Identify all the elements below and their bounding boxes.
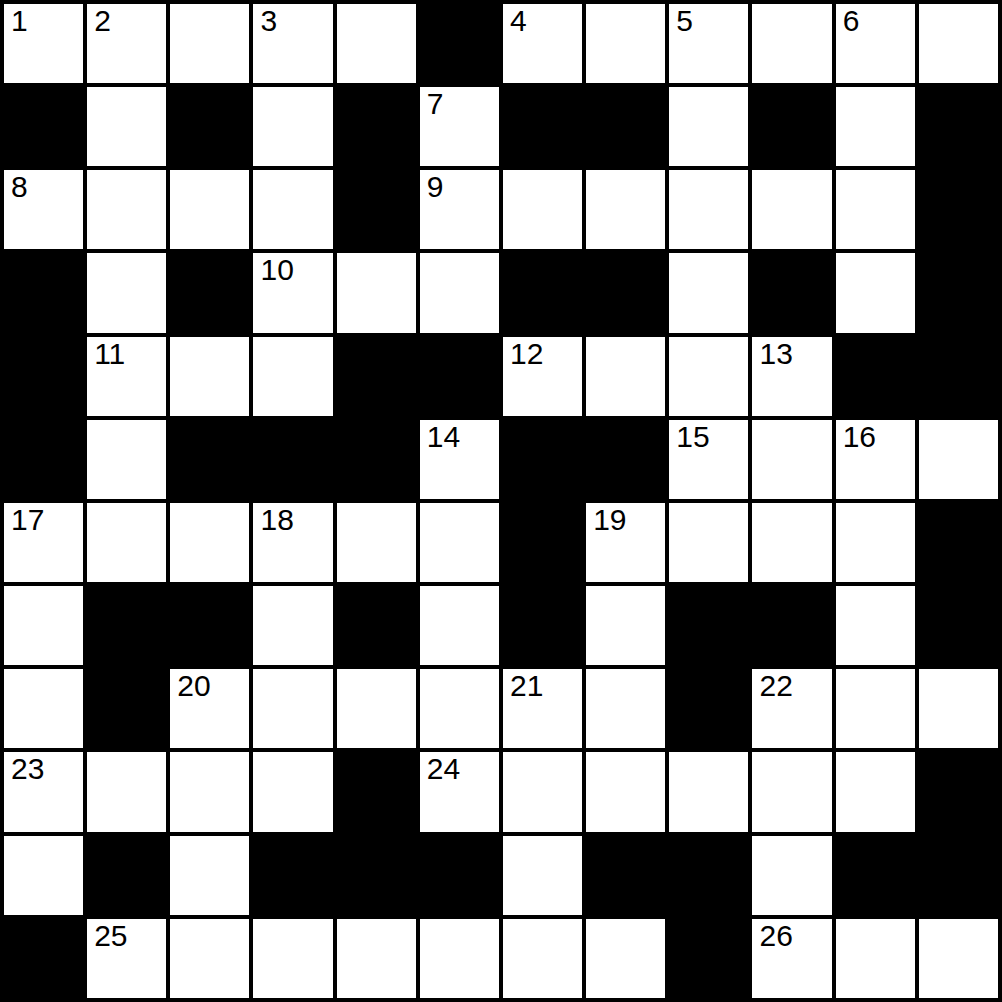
clue-number: 16 <box>843 420 876 455</box>
block-cell <box>337 586 416 665</box>
block-cell <box>87 669 166 748</box>
crossword-cell[interactable] <box>752 170 831 249</box>
block-cell <box>586 836 665 915</box>
clue-number: 26 <box>759 919 792 954</box>
crossword-cell[interactable] <box>87 253 166 332</box>
crossword-cell[interactable] <box>170 836 249 915</box>
block-cell <box>337 836 416 915</box>
clue-number: 11 <box>94 337 125 372</box>
crossword-cell[interactable] <box>503 752 582 831</box>
crossword-cell[interactable]: 17 <box>4 503 83 582</box>
clue-number: 21 <box>510 669 543 704</box>
crossword-cell[interactable] <box>420 919 499 998</box>
crossword-cell[interactable]: 4 <box>503 4 582 83</box>
clue-number: 4 <box>510 4 527 39</box>
block-cell <box>752 87 831 166</box>
block-cell <box>337 752 416 831</box>
block-cell <box>586 87 665 166</box>
crossword-cell[interactable] <box>253 337 332 416</box>
block-cell <box>919 836 998 915</box>
crossword-cell[interactable] <box>752 836 831 915</box>
crossword-cell[interactable] <box>253 919 332 998</box>
crossword-cell[interactable]: 22 <box>752 669 831 748</box>
crossword-cell[interactable]: 13 <box>752 337 831 416</box>
block-cell <box>836 337 915 416</box>
block-cell <box>87 586 166 665</box>
block-cell <box>337 337 416 416</box>
crossword-cell[interactable] <box>669 503 748 582</box>
crossword-cell[interactable]: 24 <box>420 752 499 831</box>
crossword-cell[interactable]: 1 <box>4 4 83 83</box>
block-cell <box>4 87 83 166</box>
crossword-cell[interactable]: 7 <box>420 87 499 166</box>
clue-number: 9 <box>427 170 444 205</box>
clue-number: 25 <box>94 919 127 954</box>
crossword-cell[interactable] <box>836 87 915 166</box>
block-cell <box>586 253 665 332</box>
clue-number: 10 <box>260 253 293 288</box>
clue-number: 23 <box>11 752 44 787</box>
crossword-cell[interactable] <box>836 669 915 748</box>
clue-number: 2 <box>94 4 111 39</box>
crossword-cell[interactable] <box>4 586 83 665</box>
crossword-cell[interactable] <box>4 836 83 915</box>
block-cell <box>919 87 998 166</box>
crossword-cell[interactable]: 10 <box>253 253 332 332</box>
crossword-cell[interactable] <box>87 752 166 831</box>
crossword-cell[interactable] <box>586 669 665 748</box>
block-cell <box>503 503 582 582</box>
clue-number: 8 <box>11 170 28 205</box>
crossword-cell[interactable] <box>337 919 416 998</box>
crossword-cell[interactable] <box>752 503 831 582</box>
crossword-cell[interactable] <box>503 170 582 249</box>
block-cell <box>836 836 915 915</box>
block-cell <box>253 420 332 499</box>
block-cell <box>87 836 166 915</box>
crossword-cell[interactable] <box>170 919 249 998</box>
block-cell <box>420 836 499 915</box>
crossword-cell[interactable] <box>669 170 748 249</box>
clue-number: 17 <box>11 503 44 538</box>
clue-number: 13 <box>759 337 792 372</box>
crossword-cell[interactable] <box>253 586 332 665</box>
block-cell <box>4 337 83 416</box>
crossword-cell[interactable] <box>752 420 831 499</box>
clue-number: 15 <box>676 420 709 455</box>
crossword-cell[interactable] <box>170 503 249 582</box>
crossword-cell[interactable] <box>87 503 166 582</box>
crossword-cell[interactable] <box>170 170 249 249</box>
crossword-cell[interactable] <box>836 919 915 998</box>
crossword-cell[interactable] <box>337 4 416 83</box>
crossword-cell[interactable] <box>337 669 416 748</box>
block-cell <box>420 4 499 83</box>
clue-number: 12 <box>510 337 543 372</box>
block-cell <box>503 586 582 665</box>
crossword-cell[interactable] <box>586 4 665 83</box>
crossword-cell[interactable]: 18 <box>253 503 332 582</box>
block-cell <box>752 253 831 332</box>
crossword-cell[interactable]: 6 <box>836 4 915 83</box>
crossword-cell[interactable] <box>836 586 915 665</box>
block-cell <box>919 752 998 831</box>
crossword-cell[interactable]: 26 <box>752 919 831 998</box>
clue-number: 19 <box>593 503 626 538</box>
crossword-cell[interactable]: 11 <box>87 337 166 416</box>
crossword-cell[interactable]: 25 <box>87 919 166 998</box>
crossword-cell[interactable] <box>420 253 499 332</box>
block-cell <box>337 420 416 499</box>
block-cell <box>4 253 83 332</box>
crossword-cell[interactable]: 9 <box>420 170 499 249</box>
crossword-cell[interactable] <box>87 420 166 499</box>
clue-number: 20 <box>177 669 210 704</box>
crossword-cell[interactable] <box>87 170 166 249</box>
crossword-cell[interactable]: 8 <box>4 170 83 249</box>
crossword-cell[interactable] <box>919 919 998 998</box>
crossword-cell[interactable] <box>836 170 915 249</box>
crossword-cell[interactable] <box>669 337 748 416</box>
block-cell <box>4 420 83 499</box>
crossword-cell[interactable] <box>420 586 499 665</box>
block-cell <box>420 337 499 416</box>
block-cell <box>919 586 998 665</box>
crossword-cell[interactable] <box>337 503 416 582</box>
block-cell <box>337 87 416 166</box>
crossword-cell[interactable] <box>170 752 249 831</box>
crossword-cell[interactable]: 20 <box>170 669 249 748</box>
block-cell <box>919 503 998 582</box>
crossword-cell[interactable] <box>919 4 998 83</box>
crossword-cell[interactable]: 19 <box>586 503 665 582</box>
clue-number: 1 <box>11 4 28 39</box>
clue-number: 24 <box>427 752 460 787</box>
crossword-cell[interactable] <box>919 420 998 499</box>
crossword-cell[interactable] <box>87 87 166 166</box>
crossword-cell[interactable] <box>836 752 915 831</box>
crossword-cell[interactable] <box>752 752 831 831</box>
crossword-cell[interactable] <box>919 669 998 748</box>
crossword-cell[interactable]: 21 <box>503 669 582 748</box>
block-cell <box>752 586 831 665</box>
crossword-cell[interactable] <box>170 337 249 416</box>
clue-number: 22 <box>759 669 792 704</box>
block-cell <box>4 919 83 998</box>
clue-number: 18 <box>260 503 293 538</box>
block-cell <box>586 420 665 499</box>
clue-number: 3 <box>260 4 277 39</box>
crossword-grid: 1234567891011121314151617181920212223242… <box>0 0 1002 1002</box>
crossword-cell[interactable]: 15 <box>669 420 748 499</box>
block-cell <box>669 919 748 998</box>
crossword-cell[interactable]: 23 <box>4 752 83 831</box>
crossword-cell[interactable] <box>4 669 83 748</box>
clue-number: 7 <box>427 87 444 122</box>
crossword-cell[interactable]: 3 <box>253 4 332 83</box>
crossword-cell[interactable] <box>586 586 665 665</box>
block-cell <box>170 420 249 499</box>
block-cell <box>669 669 748 748</box>
block-cell <box>503 87 582 166</box>
crossword-cell[interactable] <box>586 919 665 998</box>
crossword-cell[interactable] <box>170 4 249 83</box>
crossword-cell[interactable]: 16 <box>836 420 915 499</box>
crossword-cell[interactable] <box>253 669 332 748</box>
clue-number: 5 <box>676 4 693 39</box>
block-cell <box>503 253 582 332</box>
block-cell <box>919 253 998 332</box>
crossword-cell[interactable] <box>669 87 748 166</box>
block-cell <box>669 586 748 665</box>
block-cell <box>919 170 998 249</box>
crossword-cell[interactable] <box>586 752 665 831</box>
block-cell <box>253 836 332 915</box>
crossword-cell[interactable] <box>836 253 915 332</box>
crossword-cell[interactable] <box>669 253 748 332</box>
crossword-cell[interactable] <box>253 752 332 831</box>
block-cell <box>919 337 998 416</box>
crossword-cell[interactable]: 2 <box>87 4 166 83</box>
crossword-cell[interactable] <box>420 503 499 582</box>
crossword-cell[interactable] <box>669 752 748 831</box>
crossword-cell[interactable]: 14 <box>420 420 499 499</box>
crossword-cell[interactable] <box>253 170 332 249</box>
block-cell <box>669 836 748 915</box>
crossword-cell[interactable] <box>752 4 831 83</box>
clue-number: 6 <box>843 4 860 39</box>
crossword-cell[interactable] <box>503 836 582 915</box>
crossword-cell[interactable] <box>253 87 332 166</box>
crossword-cell[interactable] <box>836 503 915 582</box>
block-cell <box>170 253 249 332</box>
crossword-cell[interactable] <box>420 669 499 748</box>
crossword-cell[interactable] <box>337 253 416 332</box>
block-cell <box>337 170 416 249</box>
crossword-cell[interactable] <box>586 170 665 249</box>
crossword-cell[interactable] <box>586 337 665 416</box>
block-cell <box>170 87 249 166</box>
block-cell <box>170 586 249 665</box>
clue-number: 14 <box>427 420 460 455</box>
crossword-cell[interactable]: 12 <box>503 337 582 416</box>
crossword-cell[interactable]: 5 <box>669 4 748 83</box>
crossword-cell[interactable] <box>503 919 582 998</box>
block-cell <box>503 420 582 499</box>
